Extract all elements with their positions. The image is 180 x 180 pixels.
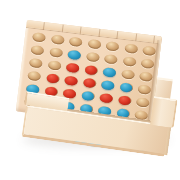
empty-hole: [47, 60, 61, 71]
empty-hole: [136, 97, 150, 108]
empty-hole: [86, 51, 100, 62]
empty-hole: [31, 45, 45, 56]
empty-hole: [27, 70, 41, 81]
empty-hole: [104, 54, 118, 65]
empty-hole: [121, 69, 135, 80]
empty-hole: [139, 71, 153, 82]
connect-four-product-photo: [0, 0, 180, 180]
empty-hole: [142, 45, 156, 56]
empty-hole: [51, 34, 65, 45]
empty-hole: [32, 32, 46, 43]
empty-hole: [29, 57, 43, 68]
empty-hole: [87, 38, 101, 49]
empty-hole: [141, 58, 155, 69]
empty-hole: [138, 84, 152, 95]
empty-hole: [106, 41, 120, 52]
empty-hole: [122, 56, 136, 67]
empty-hole: [69, 36, 83, 47]
tray-right-wall: [150, 96, 178, 128]
empty-hole: [124, 43, 138, 54]
empty-hole: [49, 47, 63, 58]
